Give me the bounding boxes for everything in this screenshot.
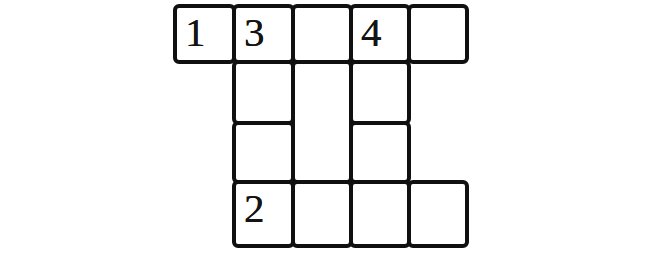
cell-r3c2[interactable] — [232, 121, 295, 184]
cell-r1c2[interactable]: 3 — [232, 4, 295, 64]
cell-r4c2[interactable]: 2 — [232, 180, 295, 248]
cell-label — [236, 64, 291, 68]
cell-label — [236, 125, 291, 129]
cell-label — [353, 125, 407, 129]
clue-number-1: 1 — [177, 8, 232, 53]
cell-label — [295, 184, 349, 188]
cell-r1c4[interactable]: 4 — [349, 4, 411, 64]
cell-r2c2[interactable] — [232, 60, 295, 125]
cell-r4c4[interactable] — [349, 180, 411, 248]
cell-label — [353, 64, 407, 68]
cell-r1c5[interactable] — [407, 4, 469, 64]
cell-r1c3[interactable] — [291, 4, 353, 64]
cell-r2r3c3-merged[interactable] — [291, 60, 353, 184]
cell-r4c5[interactable] — [407, 180, 469, 248]
cell-label — [411, 184, 465, 188]
cell-r3c4[interactable] — [349, 121, 411, 184]
cell-label — [353, 184, 407, 188]
cell-label — [295, 8, 349, 12]
crossword-grid: 1 3 4 2 — [175, 6, 467, 246]
clue-number-3: 3 — [236, 8, 291, 53]
cell-r4c3[interactable] — [291, 180, 353, 248]
cell-r1c1[interactable]: 1 — [173, 4, 236, 64]
puzzle-page: 1 3 4 2 — [0, 0, 650, 256]
cell-label — [295, 64, 349, 68]
clue-number-4: 4 — [353, 8, 407, 53]
cell-label — [411, 8, 465, 12]
clue-number-2: 2 — [236, 184, 291, 229]
cell-r2c4[interactable] — [349, 60, 411, 125]
